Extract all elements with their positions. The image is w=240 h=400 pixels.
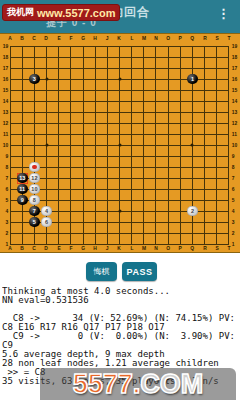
board-point-B7[interactable]: 13 — [16, 173, 28, 184]
board-point-B5[interactable]: 9 — [16, 195, 28, 206]
board-point-D3[interactable]: 6 — [40, 217, 52, 228]
console-line: 5.6 average depth, 9 max depth — [2, 350, 238, 359]
board-point-C7[interactable]: 12 — [28, 173, 40, 184]
white-stone: 10 — [29, 184, 40, 195]
go-board[interactable]: ABCDEFGHJKLMNOPQRST ABCDEFGHJKLMNOPQRST … — [0, 33, 240, 253]
watermark-bottom: 5577.COM — [40, 368, 236, 400]
console-line: NN eval=0.531536 — [2, 296, 238, 305]
board-grid[interactable]: 12345678910111213 — [4, 41, 235, 250]
black-stone: 1 — [187, 74, 198, 85]
black-stone: 3 — [29, 74, 40, 85]
white-stone: 8 — [29, 195, 40, 206]
menu-kebab-icon[interactable]: ⋮ — [217, 7, 230, 20]
black-stone: 11 — [17, 184, 28, 195]
watermark-com: COM — [140, 371, 203, 398]
watermark-url: www.5577.com — [37, 7, 115, 19]
black-stone: 9 — [17, 195, 28, 206]
console-line — [2, 305, 238, 314]
board-point-C3[interactable]: 5 — [28, 217, 40, 228]
watermark-top: 我机网 www.5577.com — [2, 4, 120, 21]
black-stone: 5 — [29, 217, 40, 228]
console-line: C8 -> 34 (V: 52.69%) (N: 74.15%) PV: — [2, 314, 238, 323]
white-stone: 12 — [29, 173, 40, 184]
white-stone: 2 — [187, 206, 198, 217]
watermark-site-name: 我机网 — [7, 6, 34, 19]
board-point-C4[interactable]: 7 — [28, 206, 40, 217]
board-point-Q4[interactable]: 2 — [186, 206, 198, 217]
last-move-dot — [32, 165, 37, 170]
board-point-C6[interactable]: 10 — [28, 184, 40, 195]
undo-button[interactable]: 悔棋 — [86, 262, 117, 281]
console-line: C8 E16 R17 R16 Q17 P17 P18 O17 — [2, 323, 238, 332]
board-point-C5[interactable]: 8 — [28, 195, 40, 206]
board-point-D4[interactable]: 4 — [40, 206, 52, 217]
black-stone: 13 — [17, 173, 28, 184]
white-stone: 4 — [41, 206, 52, 217]
console-line: Thinking at most 4.0 seconds... — [2, 287, 238, 296]
board-point-C16[interactable]: 3 — [28, 74, 40, 85]
white-stone: 6 — [41, 217, 52, 228]
watermark-number: 5577. — [73, 371, 141, 398]
console-line: 28 non leaf nodes, 1.21 average children — [2, 359, 238, 368]
board-point-C8[interactable] — [28, 162, 40, 173]
board-point-Q16[interactable]: 1 — [186, 74, 198, 85]
black-stone: 7 — [29, 206, 40, 217]
board-point-B6[interactable]: 11 — [16, 184, 28, 195]
white-stone — [29, 162, 40, 173]
console-line: C9 — [2, 341, 238, 350]
console-line: C9 -> 0 (V: 0.00%) (N: 3.90%) PV: — [2, 332, 238, 341]
pass-button[interactable]: PASS — [122, 262, 157, 281]
